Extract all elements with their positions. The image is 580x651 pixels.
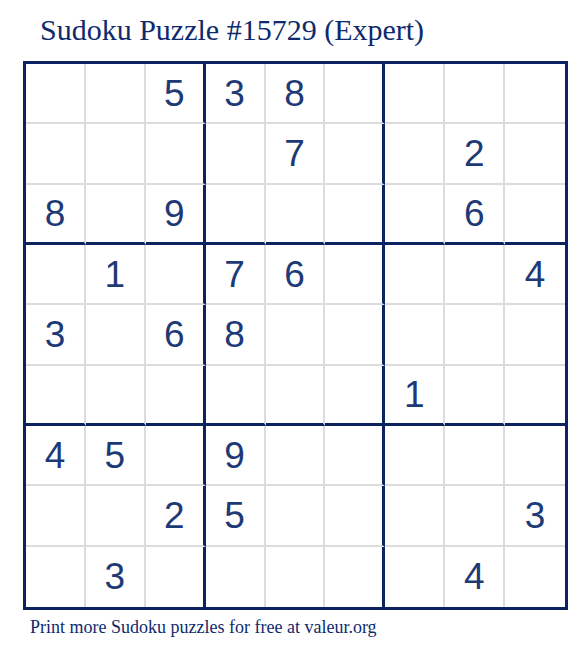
cell-r2c5-given: 7 [266,124,326,184]
puzzle-title: Sudoku Puzzle #15729 (Expert) [40,13,424,47]
cell-r7c4-given: 9 [206,426,266,486]
cell-r7c6-empty [325,426,385,486]
cell-r4c4-given: 7 [206,245,266,305]
cell-r7c2-given: 5 [86,426,146,486]
cell-r4c9-given: 4 [505,245,565,305]
cell-r1c9-empty [505,64,565,124]
cell-r5c9-empty [505,305,565,365]
cell-r9c6-empty [325,547,385,607]
cell-r3c8-given: 6 [445,185,505,245]
cell-r8c5-empty [266,486,326,546]
sudoku-page: Sudoku Puzzle #15729 (Expert) 5387289617… [0,0,580,651]
cell-r6c8-empty [445,366,505,426]
cell-r6c2-empty [86,366,146,426]
cell-r3c3-given: 9 [146,185,206,245]
cell-r1c7-empty [385,64,445,124]
cell-r2c4-empty [206,124,266,184]
cell-r4c2-given: 1 [86,245,146,305]
cell-r5c7-empty [385,305,445,365]
cell-r5c3-given: 6 [146,305,206,365]
cell-r6c9-empty [505,366,565,426]
cell-r7c3-empty [146,426,206,486]
cell-r1c6-empty [325,64,385,124]
cell-r6c1-empty [26,366,86,426]
cell-r9c1-empty [26,547,86,607]
cell-r4c7-empty [385,245,445,305]
cell-r2c7-empty [385,124,445,184]
cell-r8c7-empty [385,486,445,546]
cell-r9c2-given: 3 [86,547,146,607]
cell-r5c4-given: 8 [206,305,266,365]
cell-r9c7-empty [385,547,445,607]
cell-r3c2-empty [86,185,146,245]
cell-r9c4-empty [206,547,266,607]
cell-r1c1-empty [26,64,86,124]
cell-r9c3-empty [146,547,206,607]
cell-r9c8-given: 4 [445,547,505,607]
cell-r4c8-empty [445,245,505,305]
cell-r7c9-empty [505,426,565,486]
cell-r5c1-given: 3 [26,305,86,365]
cell-r8c6-empty [325,486,385,546]
cell-r3c9-empty [505,185,565,245]
cell-r8c8-empty [445,486,505,546]
cell-r4c3-empty [146,245,206,305]
cell-r8c9-given: 3 [505,486,565,546]
sudoku-board: 538728961764368145925334 [23,61,568,610]
cell-r6c4-empty [206,366,266,426]
cell-r2c9-empty [505,124,565,184]
cell-r6c6-empty [325,366,385,426]
cell-r7c7-empty [385,426,445,486]
cell-r1c2-empty [86,64,146,124]
cell-r5c5-empty [266,305,326,365]
cell-r1c8-empty [445,64,505,124]
cell-r2c2-empty [86,124,146,184]
cell-r4c5-given: 6 [266,245,326,305]
cell-r8c2-empty [86,486,146,546]
cell-r8c1-empty [26,486,86,546]
cell-r3c7-empty [385,185,445,245]
cell-r3c5-empty [266,185,326,245]
cell-r7c5-empty [266,426,326,486]
cell-r5c6-empty [325,305,385,365]
cell-r2c1-empty [26,124,86,184]
cell-r6c7-given: 1 [385,366,445,426]
cell-r7c1-given: 4 [26,426,86,486]
cell-r5c8-empty [445,305,505,365]
cell-r5c2-empty [86,305,146,365]
cell-r9c9-empty [505,547,565,607]
cell-r3c4-empty [206,185,266,245]
cell-r1c4-given: 3 [206,64,266,124]
cell-r1c3-given: 5 [146,64,206,124]
cell-r4c1-empty [26,245,86,305]
cell-r8c4-given: 5 [206,486,266,546]
cell-r2c8-given: 2 [445,124,505,184]
cell-r2c6-empty [325,124,385,184]
footer-text: Print more Sudoku puzzles for free at va… [30,617,377,638]
cell-r4c6-empty [325,245,385,305]
cell-r7c8-empty [445,426,505,486]
cell-r3c1-given: 8 [26,185,86,245]
cell-r6c5-empty [266,366,326,426]
cell-r3c6-empty [325,185,385,245]
cell-r2c3-empty [146,124,206,184]
cell-r6c3-empty [146,366,206,426]
cell-r9c5-empty [266,547,326,607]
cell-r1c5-given: 8 [266,64,326,124]
cell-r8c3-given: 2 [146,486,206,546]
